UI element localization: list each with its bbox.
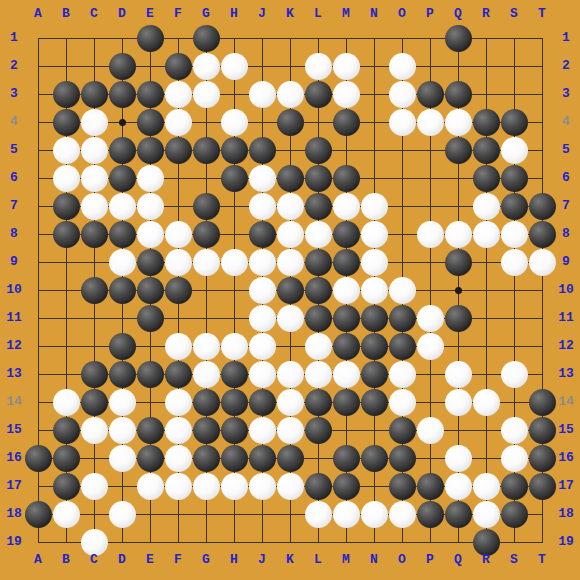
row-label-4: 4 [0,115,28,129]
row-label-3: 3 [0,87,28,101]
row-label-18: 18 [552,507,580,521]
column-label-L: L [304,553,332,567]
column-label-P: P [416,7,444,21]
row-label-10: 10 [552,283,580,297]
column-label-H: H [220,553,248,567]
row-label-17: 17 [0,479,28,493]
row-label-12: 12 [552,339,580,353]
column-label-S: S [500,7,528,21]
row-label-17: 17 [552,479,580,493]
column-label-M: M [332,7,360,21]
column-label-B: B [52,553,80,567]
row-label-19: 19 [0,535,28,549]
row-label-12: 12 [0,339,28,353]
column-label-R: R [472,7,500,21]
go-board-screenshot: AABBCCDDEEFFGGHHJJKKLLMMNNOOPPQQRRSSTT11… [0,0,580,580]
row-label-14: 14 [0,395,28,409]
row-label-2: 2 [0,59,28,73]
column-label-O: O [388,7,416,21]
row-label-9: 9 [552,255,580,269]
column-label-A: A [24,553,52,567]
row-label-11: 11 [0,311,28,325]
column-label-Q: Q [444,553,472,567]
column-label-D: D [108,7,136,21]
column-label-T: T [528,553,556,567]
row-label-7: 7 [552,199,580,213]
row-label-10: 10 [0,283,28,297]
column-label-G: G [192,553,220,567]
row-label-8: 8 [0,227,28,241]
column-label-C: C [80,553,108,567]
column-label-E: E [136,7,164,21]
row-label-3: 3 [552,87,580,101]
column-label-M: M [332,553,360,567]
row-label-13: 13 [0,367,28,381]
column-label-L: L [304,7,332,21]
row-label-1: 1 [552,31,580,45]
row-label-1: 1 [0,31,28,45]
row-label-5: 5 [0,143,28,157]
row-label-15: 15 [552,423,580,437]
row-label-4: 4 [552,115,580,129]
column-label-N: N [360,7,388,21]
column-label-R: R [472,553,500,567]
row-label-2: 2 [552,59,580,73]
column-label-F: F [164,553,192,567]
row-label-6: 6 [552,171,580,185]
column-label-J: J [248,7,276,21]
row-label-9: 9 [0,255,28,269]
column-label-K: K [276,7,304,21]
column-label-S: S [500,553,528,567]
column-label-Q: Q [444,7,472,21]
row-label-11: 11 [552,311,580,325]
column-label-C: C [80,7,108,21]
row-label-13: 13 [552,367,580,381]
row-label-5: 5 [552,143,580,157]
row-label-14: 14 [552,395,580,409]
column-label-K: K [276,553,304,567]
column-label-D: D [108,553,136,567]
column-label-F: F [164,7,192,21]
column-label-B: B [52,7,80,21]
column-label-E: E [136,553,164,567]
column-label-T: T [528,7,556,21]
coordinate-labels: AABBCCDDEEFFGGHHJJKKLLMMNNOOPPQQRRSSTT11… [0,0,580,580]
row-label-18: 18 [0,507,28,521]
column-label-P: P [416,553,444,567]
row-label-19: 19 [552,535,580,549]
column-label-H: H [220,7,248,21]
column-label-N: N [360,553,388,567]
row-label-16: 16 [552,451,580,465]
row-label-7: 7 [0,199,28,213]
column-label-J: J [248,553,276,567]
column-label-O: O [388,553,416,567]
column-label-G: G [192,7,220,21]
row-label-16: 16 [0,451,28,465]
row-label-6: 6 [0,171,28,185]
column-label-A: A [24,7,52,21]
row-label-15: 15 [0,423,28,437]
row-label-8: 8 [552,227,580,241]
